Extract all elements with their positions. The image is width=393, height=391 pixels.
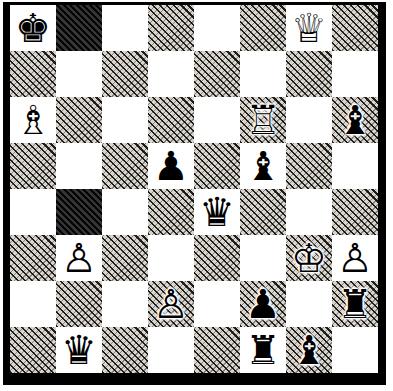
piece-white-bishop: ♗: [15, 97, 51, 143]
square-d7[interactable]: [148, 51, 194, 97]
square-a7[interactable]: [10, 51, 56, 97]
square-a6[interactable]: ♗: [10, 97, 56, 143]
piece-black-pawn: ♟: [153, 143, 189, 189]
square-c7[interactable]: [102, 51, 148, 97]
piece-black-king: ♚: [15, 5, 51, 51]
piece-white-queen: ♕: [291, 5, 327, 51]
square-b6[interactable]: [56, 97, 102, 143]
square-f1[interactable]: ♜: [240, 327, 286, 373]
square-f3[interactable]: [240, 235, 286, 281]
square-e7[interactable]: [194, 51, 240, 97]
square-d6[interactable]: [148, 97, 194, 143]
square-b8[interactable]: [56, 5, 102, 51]
square-c2[interactable]: [102, 281, 148, 327]
piece-white-pawn: ♙: [153, 281, 189, 327]
square-h8[interactable]: [332, 5, 378, 51]
square-b3[interactable]: ♙: [56, 235, 102, 281]
square-a4[interactable]: [10, 189, 56, 235]
square-g4[interactable]: [286, 189, 332, 235]
chess-board: ♚♕♗♖♝♟♝♛♙♔♙♙♟♜♛♜♝: [10, 5, 378, 373]
square-h1[interactable]: [332, 327, 378, 373]
square-h2[interactable]: ♜: [332, 281, 378, 327]
square-e1[interactable]: [194, 327, 240, 373]
square-g6[interactable]: [286, 97, 332, 143]
square-e4[interactable]: ♛: [194, 189, 240, 235]
square-f8[interactable]: [240, 5, 286, 51]
square-b5[interactable]: [56, 143, 102, 189]
piece-black-queen: ♛: [61, 327, 97, 373]
square-b4[interactable]: [56, 189, 102, 235]
square-d4[interactable]: [148, 189, 194, 235]
square-b1[interactable]: ♛: [56, 327, 102, 373]
piece-white-king: ♔: [291, 235, 327, 281]
square-c5[interactable]: [102, 143, 148, 189]
square-a1[interactable]: [10, 327, 56, 373]
square-b2[interactable]: [56, 281, 102, 327]
square-f5[interactable]: ♝: [240, 143, 286, 189]
square-g3[interactable]: ♔: [286, 235, 332, 281]
square-c3[interactable]: [102, 235, 148, 281]
square-f2[interactable]: ♟: [240, 281, 286, 327]
square-e6[interactable]: [194, 97, 240, 143]
square-d8[interactable]: [148, 5, 194, 51]
square-e2[interactable]: [194, 281, 240, 327]
piece-black-pawn: ♟: [245, 281, 281, 327]
diagram-frame: ♚♕♗♖♝♟♝♛♙♔♙♙♟♜♛♜♝: [3, 2, 386, 385]
square-h7[interactable]: [332, 51, 378, 97]
piece-white-pawn: ♙: [337, 235, 373, 281]
piece-black-bishop: ♝: [291, 327, 327, 373]
square-h4[interactable]: [332, 189, 378, 235]
piece-white-rook: ♖: [245, 97, 281, 143]
square-c6[interactable]: [102, 97, 148, 143]
piece-black-rook: ♜: [337, 281, 373, 327]
square-f6[interactable]: ♖: [240, 97, 286, 143]
square-a3[interactable]: [10, 235, 56, 281]
square-g7[interactable]: [286, 51, 332, 97]
square-g2[interactable]: [286, 281, 332, 327]
square-h5[interactable]: [332, 143, 378, 189]
square-c4[interactable]: [102, 189, 148, 235]
square-c8[interactable]: [102, 5, 148, 51]
piece-black-rook: ♜: [245, 327, 281, 373]
square-d3[interactable]: [148, 235, 194, 281]
square-f4[interactable]: [240, 189, 286, 235]
square-d5[interactable]: ♟: [148, 143, 194, 189]
square-g1[interactable]: ♝: [286, 327, 332, 373]
square-d2[interactable]: ♙: [148, 281, 194, 327]
piece-white-pawn: ♙: [61, 235, 97, 281]
piece-black-bishop: ♝: [337, 97, 373, 143]
square-e5[interactable]: [194, 143, 240, 189]
square-f7[interactable]: [240, 51, 286, 97]
piece-black-bishop: ♝: [245, 143, 281, 189]
square-d1[interactable]: [148, 327, 194, 373]
piece-black-queen: ♛: [199, 189, 235, 235]
square-h3[interactable]: ♙: [332, 235, 378, 281]
square-g5[interactable]: [286, 143, 332, 189]
square-c1[interactable]: [102, 327, 148, 373]
square-e3[interactable]: [194, 235, 240, 281]
square-a2[interactable]: [10, 281, 56, 327]
square-g8[interactable]: ♕: [286, 5, 332, 51]
square-e8[interactable]: [194, 5, 240, 51]
square-b7[interactable]: [56, 51, 102, 97]
square-a8[interactable]: ♚: [10, 5, 56, 51]
square-h6[interactable]: ♝: [332, 97, 378, 143]
square-a5[interactable]: [10, 143, 56, 189]
